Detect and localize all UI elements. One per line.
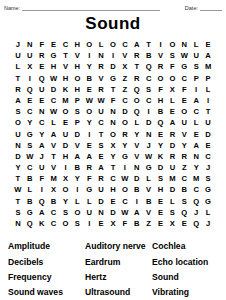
- grid-cell-r3c1: L: [12, 61, 24, 72]
- grid-cell-r3c3: E: [36, 61, 48, 72]
- grid-cell-r4c16: P: [190, 73, 202, 84]
- grid-cell-r4c10: Z: [119, 73, 131, 84]
- grid-cell-r14c14: D: [166, 184, 178, 195]
- word-bank-item: Hertz: [85, 270, 152, 285]
- grid-cell-r6c16: A: [190, 95, 202, 106]
- grid-cell-r1c14: O: [166, 39, 178, 50]
- grid-cell-r13c8: R: [95, 173, 107, 184]
- grid-cell-r14c12: V: [143, 184, 155, 195]
- grid-cell-r10c17: E: [202, 140, 214, 151]
- grid-cell-r1c1: J: [12, 39, 24, 50]
- grid-cell-r3c14: F: [166, 61, 178, 72]
- grid-cell-r1c17: E: [202, 39, 214, 50]
- grid-cell-r17c6: S: [71, 218, 83, 229]
- grid-cell-r8c9: N: [107, 117, 119, 128]
- grid-cell-r9c10: R: [119, 129, 131, 140]
- grid-cell-r15c11: I: [131, 196, 143, 207]
- grid-cell-r13c3: F: [36, 173, 48, 184]
- grid-cell-r15c9: E: [107, 196, 119, 207]
- grid-cell-r6c17: I: [202, 95, 214, 106]
- grid-cell-r9c5: U: [60, 129, 72, 140]
- grid-cell-r17c12: Z: [143, 218, 155, 229]
- grid-cell-r17c14: X: [166, 218, 178, 229]
- grid-cell-r2c15: W: [178, 50, 190, 61]
- grid-cell-r3c17: M: [202, 61, 214, 72]
- grid-cell-r7c7: O: [83, 106, 95, 117]
- grid-cell-r5c17: L: [202, 84, 214, 95]
- grid-cell-r15c15: S: [178, 196, 190, 207]
- grid-cell-r9c15: V: [178, 129, 190, 140]
- grid-cell-r12c16: Y: [190, 162, 202, 173]
- grid-cell-r15c2: B: [24, 196, 36, 207]
- grid-cell-r1c2: N: [24, 39, 36, 50]
- grid-cell-r8c10: O: [119, 117, 131, 128]
- grid-cell-r13c1: T: [12, 173, 24, 184]
- grid-cell-r6c5: M: [60, 95, 72, 106]
- grid-cell-r10c8: S: [95, 140, 107, 151]
- grid-cell-r7c10: D: [119, 106, 131, 117]
- grid-cell-r5c1: R: [12, 84, 24, 95]
- word-search-grid: JNFECHOLOCATIONLEUURGTVINIVRBVSWUALXEHVH…: [12, 39, 214, 229]
- grid-cell-r3c4: H: [48, 61, 60, 72]
- grid-cell-r14c9: H: [107, 184, 119, 195]
- grid-cell-r1c12: T: [143, 39, 155, 50]
- grid-cell-r3c6: H: [71, 61, 83, 72]
- grid-cell-r8c2: Y: [24, 117, 36, 128]
- grid-cell-r11c3: J: [36, 151, 48, 162]
- grid-cell-r11c16: N: [190, 151, 202, 162]
- grid-cell-r4c13: O: [155, 73, 167, 84]
- grid-cell-r11c12: W: [143, 151, 155, 162]
- grid-cell-r14c2: L: [24, 184, 36, 195]
- word-bank-item: Frequency: [8, 270, 85, 285]
- grid-cell-r9c4: A: [48, 129, 60, 140]
- grid-cell-r4c9: G: [107, 73, 119, 84]
- grid-cell-r5c5: K: [60, 84, 72, 95]
- name-line: [22, 4, 160, 11]
- grid-cell-r16c17: L: [202, 207, 214, 218]
- grid-cell-r9c8: T: [95, 129, 107, 140]
- grid-cell-r8c8: C: [95, 117, 107, 128]
- grid-cell-r15c4: B: [48, 196, 60, 207]
- grid-cell-r17c13: E: [155, 218, 167, 229]
- grid-cell-r2c6: V: [71, 50, 83, 61]
- grid-cell-r10c6: V: [71, 140, 83, 151]
- grid-cell-r6c11: O: [131, 95, 143, 106]
- grid-cell-r11c7: A: [83, 151, 95, 162]
- grid-cell-r7c5: O: [60, 106, 72, 117]
- grid-cell-r9c3: Y: [36, 129, 48, 140]
- grid-cell-r10c9: X: [107, 140, 119, 151]
- grid-cell-r6c10: C: [119, 95, 131, 106]
- grid-cell-r13c13: S: [155, 173, 167, 184]
- grid-cell-r10c12: J: [143, 140, 155, 151]
- grid-cell-r8c4: L: [48, 117, 60, 128]
- grid-cell-r11c14: R: [166, 151, 178, 162]
- grid-cell-r8c14: A: [166, 117, 178, 128]
- word-bank-item: Vibrating: [152, 285, 226, 300]
- grid-cell-r15c8: D: [95, 196, 107, 207]
- grid-cell-r16c5: S: [60, 207, 72, 218]
- grid-cell-r17c2: Q: [24, 218, 36, 229]
- grid-cell-r9c9: O: [107, 129, 119, 140]
- word-bank-item: Cochlea: [152, 239, 226, 254]
- grid-cell-r4c7: B: [83, 73, 95, 84]
- grid-cell-r15c7: L: [83, 196, 95, 207]
- grid-cell-r5c8: R: [95, 84, 107, 95]
- grid-cell-r10c1: N: [12, 140, 24, 151]
- grid-cell-r17c7: I: [83, 218, 95, 229]
- word-bank-item: Ultrasound: [85, 285, 152, 300]
- grid-cell-r16c7: U: [83, 207, 95, 218]
- grid-cell-r7c13: B: [155, 106, 167, 117]
- grid-cell-r7c1: S: [12, 106, 24, 117]
- grid-cell-r1c10: C: [119, 39, 131, 50]
- word-bank-item: Amplitude: [8, 239, 85, 254]
- grid-cell-r4c5: H: [60, 73, 72, 84]
- grid-cell-r1c8: L: [95, 39, 107, 50]
- grid-cell-r15c1: T: [12, 196, 24, 207]
- grid-cell-r14c13: H: [155, 184, 167, 195]
- grid-cell-r9c12: N: [143, 129, 155, 140]
- grid-cell-r4c11: R: [131, 73, 143, 84]
- grid-cell-r10c11: V: [131, 140, 143, 151]
- grid-cell-r9c1: U: [12, 129, 24, 140]
- grid-cell-r2c14: S: [166, 50, 178, 61]
- grid-cell-r11c9: Y: [107, 151, 119, 162]
- grid-cell-r12c12: G: [143, 162, 155, 173]
- grid-cell-r8c6: P: [71, 117, 83, 128]
- word-bank-col-3: CochleaEcho locationSoundVibrating: [152, 239, 226, 300]
- grid-cell-r4c2: I: [24, 73, 36, 84]
- grid-cell-r8c1: O: [12, 117, 24, 128]
- word-bank-item: Echo location: [152, 255, 226, 270]
- grid-cell-r11c2: W: [24, 151, 36, 162]
- grid-cell-r11c13: K: [155, 151, 167, 162]
- grid-cell-r12c17: J: [202, 162, 214, 173]
- grid-cell-r11c6: A: [71, 151, 83, 162]
- grid-cell-r14c5: O: [60, 184, 72, 195]
- grid-cell-r1c6: H: [71, 39, 83, 50]
- worksheet-header: Name: Date:: [0, 0, 226, 11]
- grid-cell-r13c14: M: [166, 173, 178, 184]
- grid-cell-r4c6: O: [71, 73, 83, 84]
- grid-cell-r2c17: A: [202, 50, 214, 61]
- grid-cell-r16c8: N: [95, 207, 107, 218]
- grid-cell-r5c4: D: [48, 84, 60, 95]
- grid-cell-r15c14: L: [166, 196, 178, 207]
- grid-cell-r4c12: C: [143, 73, 155, 84]
- grid-cell-r13c15: C: [178, 173, 190, 184]
- grid-cell-r7c11: Q: [131, 106, 143, 117]
- grid-cell-r13c12: L: [143, 173, 155, 184]
- grid-cell-r5c2: Q: [24, 84, 36, 95]
- grid-cell-r1c7: O: [83, 39, 95, 50]
- grid-cell-r5c16: I: [190, 84, 202, 95]
- grid-cell-r16c2: G: [24, 207, 36, 218]
- grid-cell-r6c12: C: [143, 95, 155, 106]
- grid-cell-r14c11: B: [131, 184, 143, 195]
- grid-cell-r7c12: I: [143, 106, 155, 117]
- grid-cell-r6c4: C: [48, 95, 60, 106]
- grid-cell-r9c14: R: [166, 129, 178, 140]
- grid-cell-r12c3: U: [36, 162, 48, 173]
- grid-cell-r9c11: Y: [131, 129, 143, 140]
- grid-cell-r14c16: C: [190, 184, 202, 195]
- word-bank-item: Sound: [152, 270, 226, 285]
- grid-cell-r4c1: T: [12, 73, 24, 84]
- grid-cell-r5c10: Z: [119, 84, 131, 95]
- grid-cell-r12c7: R: [83, 162, 95, 173]
- grid-cell-r6c13: H: [155, 95, 167, 106]
- grid-cell-r6c2: E: [24, 95, 36, 106]
- grid-cell-r16c9: D: [107, 207, 119, 218]
- grid-cell-r11c17: C: [202, 151, 214, 162]
- grid-cell-r17c8: E: [95, 218, 107, 229]
- grid-cell-r13c5: X: [60, 173, 72, 184]
- grid-cell-r9c7: I: [83, 129, 95, 140]
- grid-cell-r12c14: U: [166, 162, 178, 173]
- grid-cell-r4c17: P: [202, 73, 214, 84]
- grid-cell-r15c3: Q: [36, 196, 48, 207]
- grid-cell-r1c13: I: [155, 39, 167, 50]
- grid-cell-r5c11: Q: [131, 84, 143, 95]
- grid-cell-r10c16: A: [190, 140, 202, 151]
- grid-cell-r11c5: H: [60, 151, 72, 162]
- grid-cell-r8c11: L: [131, 117, 143, 128]
- grid-cell-r2c12: B: [143, 50, 155, 61]
- grid-cell-r13c4: M: [48, 173, 60, 184]
- grid-cell-r3c15: G: [178, 61, 190, 72]
- grid-cell-r17c5: O: [60, 218, 72, 229]
- grid-cell-r7c17: T: [202, 106, 214, 117]
- word-bank: AmplitudeDecibelsFrequencySound waves Au…: [0, 239, 226, 300]
- grid-cell-r8c3: C: [36, 117, 48, 128]
- grid-cell-r7c16: C: [190, 106, 202, 117]
- grid-cell-r17c11: B: [131, 218, 143, 229]
- grid-cell-r6c9: F: [107, 95, 119, 106]
- grid-cell-r2c11: R: [131, 50, 143, 61]
- grid-cell-r2c5: T: [60, 50, 72, 61]
- grid-cell-r17c15: E: [178, 218, 190, 229]
- grid-cell-r14c3: I: [36, 184, 48, 195]
- grid-cell-r8c5: E: [60, 117, 72, 128]
- word-bank-item: Eardrum: [85, 255, 152, 270]
- grid-cell-r1c16: L: [190, 39, 202, 50]
- grid-cell-r10c13: Y: [155, 140, 167, 151]
- grid-cell-r14c15: B: [178, 184, 190, 195]
- grid-cell-r2c3: R: [36, 50, 48, 61]
- grid-cell-r13c6: Y: [71, 173, 83, 184]
- grid-cell-r6c14: L: [166, 95, 178, 106]
- grid-cell-r17c3: K: [36, 218, 48, 229]
- grid-cell-r3c12: Q: [143, 61, 155, 72]
- grid-cell-r5c7: E: [83, 84, 95, 95]
- grid-cell-r16c11: A: [131, 207, 143, 218]
- grid-cell-r6c6: P: [71, 95, 83, 106]
- grid-cell-r15c16: Q: [190, 196, 202, 207]
- grid-cell-r14c6: I: [71, 184, 83, 195]
- grid-cell-r11c10: G: [119, 151, 131, 162]
- grid-cell-r3c8: R: [95, 61, 107, 72]
- grid-cell-r12c4: V: [48, 162, 60, 173]
- grid-cell-r17c10: F: [119, 218, 131, 229]
- grid-cell-r6c8: W: [95, 95, 107, 106]
- grid-cell-r4c3: Q: [36, 73, 48, 84]
- grid-cell-r2c7: I: [83, 50, 95, 61]
- grid-cell-r3c2: X: [24, 61, 36, 72]
- word-bank-item: Auditory nerve: [85, 239, 152, 254]
- grid-cell-r3c7: Y: [83, 61, 95, 72]
- grid-cell-r16c13: E: [155, 207, 167, 218]
- grid-cell-r2c4: G: [48, 50, 60, 61]
- grid-cell-r1c11: A: [131, 39, 143, 50]
- grid-cell-r14c17: G: [202, 184, 214, 195]
- grid-cell-r12c5: I: [60, 162, 72, 173]
- grid-cell-r6c1: A: [12, 95, 24, 106]
- word-bank-item: Sound waves: [8, 285, 85, 300]
- grid-cell-r1c3: F: [36, 39, 48, 50]
- grid-cell-r3c5: V: [60, 61, 72, 72]
- grid-cell-r8c17: U: [202, 117, 214, 128]
- grid-cell-r4c8: V: [95, 73, 107, 84]
- grid-cell-r17c16: Q: [190, 218, 202, 229]
- grid-cell-r5c6: H: [71, 84, 83, 95]
- grid-cell-r8c15: U: [178, 117, 190, 128]
- grid-cell-r4c14: O: [166, 73, 178, 84]
- grid-cell-r7c8: U: [95, 106, 107, 117]
- grid-cell-r6c3: E: [36, 95, 48, 106]
- grid-cell-r12c8: A: [95, 162, 107, 173]
- grid-cell-r2c9: I: [107, 50, 119, 61]
- grid-cell-r2c16: U: [190, 50, 202, 61]
- grid-cell-r12c15: Z: [178, 162, 190, 173]
- grid-cell-r9c2: G: [24, 129, 36, 140]
- grid-cell-r13c17: S: [202, 173, 214, 184]
- grid-cell-r9c16: E: [190, 129, 202, 140]
- grid-cell-r15c17: G: [202, 196, 214, 207]
- grid-cell-r5c3: U: [36, 84, 48, 95]
- grid-cell-r15c5: Y: [60, 196, 72, 207]
- grid-cell-r7c14: E: [166, 106, 178, 117]
- grid-cell-r12c10: I: [119, 162, 131, 173]
- grid-cell-r9c6: D: [71, 129, 83, 140]
- grid-cell-r11c8: E: [95, 151, 107, 162]
- grid-cell-r4c4: W: [48, 73, 60, 84]
- grid-cell-r14c10: O: [119, 184, 131, 195]
- grid-cell-r1c9: O: [107, 39, 119, 50]
- grid-cell-r5c13: F: [155, 84, 167, 95]
- date-label: Date:: [185, 5, 198, 11]
- grid-cell-r16c3: A: [36, 207, 48, 218]
- grid-cell-r10c3: A: [36, 140, 48, 151]
- grid-cell-r3c11: T: [131, 61, 143, 72]
- grid-cell-r13c9: C: [107, 173, 119, 184]
- word-bank-col-2: Auditory nerveEardrumHertzUltrasound: [85, 239, 152, 300]
- grid-cell-r13c7: F: [83, 173, 95, 184]
- grid-cell-r13c10: W: [119, 173, 131, 184]
- grid-cell-r9c17: D: [202, 129, 214, 140]
- grid-cell-r3c9: D: [107, 61, 119, 72]
- grid-cell-r17c1: N: [12, 218, 24, 229]
- grid-cell-r12c9: T: [107, 162, 119, 173]
- grid-cell-r8c13: Q: [155, 117, 167, 128]
- grid-cell-r10c4: V: [48, 140, 60, 151]
- grid-cell-r10c14: D: [166, 140, 178, 151]
- word-bank-col-1: AmplitudeDecibelsFrequencySound waves: [8, 239, 85, 300]
- grid-cell-r14c7: G: [83, 184, 95, 195]
- grid-cell-r16c10: W: [119, 207, 131, 218]
- grid-cell-r11c1: D: [12, 151, 24, 162]
- grid-cell-r14c8: U: [95, 184, 107, 195]
- grid-cell-r15c6: L: [71, 196, 83, 207]
- grid-cell-r3c13: R: [155, 61, 167, 72]
- name-label: Name:: [4, 5, 20, 11]
- grid-cell-r16c4: C: [48, 207, 60, 218]
- grid-cell-r7c3: N: [36, 106, 48, 117]
- grid-cell-r16c16: J: [190, 207, 202, 218]
- grid-cell-r12c1: Y: [12, 162, 24, 173]
- grid-cell-r12c13: D: [155, 162, 167, 173]
- grid-cell-r7c2: C: [24, 106, 36, 117]
- grid-cell-r8c12: D: [143, 117, 155, 128]
- grid-cell-r15c12: B: [143, 196, 155, 207]
- grid-cell-r2c1: U: [12, 50, 24, 61]
- grid-cell-r12c2: C: [24, 162, 36, 173]
- grid-cell-r2c2: U: [24, 50, 36, 61]
- grid-cell-r1c5: C: [60, 39, 72, 50]
- grid-cell-r8c7: Y: [83, 117, 95, 128]
- grid-cell-r5c15: F: [178, 84, 190, 95]
- grid-cell-r13c16: M: [190, 173, 202, 184]
- grid-cell-r10c7: E: [83, 140, 95, 151]
- grid-cell-r10c10: Y: [119, 140, 131, 151]
- grid-cell-r15c10: C: [119, 196, 131, 207]
- grid-cell-r16c14: S: [166, 207, 178, 218]
- grid-cell-r14c4: X: [48, 184, 60, 195]
- grid-cell-r7c15: O: [178, 106, 190, 117]
- grid-cell-r12c11: N: [131, 162, 143, 173]
- grid-cell-r13c2: B: [24, 173, 36, 184]
- grid-cell-r12c6: B: [71, 162, 83, 173]
- grid-cell-r3c10: X: [119, 61, 131, 72]
- grid-cell-r6c7: W: [83, 95, 95, 106]
- grid-cell-r14c1: W: [12, 184, 24, 195]
- grid-cell-r10c2: S: [24, 140, 36, 151]
- grid-cell-r5c12: S: [143, 84, 155, 95]
- grid-cell-r2c13: V: [155, 50, 167, 61]
- grid-cell-r17c17: J: [202, 218, 214, 229]
- date-line: [200, 4, 222, 11]
- grid-cell-r7c9: N: [107, 106, 119, 117]
- grid-cell-r17c9: X: [107, 218, 119, 229]
- grid-cell-r11c15: R: [178, 151, 190, 162]
- grid-cell-r6c15: E: [178, 95, 190, 106]
- grid-cell-r3c16: S: [190, 61, 202, 72]
- grid-cell-r11c11: V: [131, 151, 143, 162]
- grid-cell-r1c15: N: [178, 39, 190, 50]
- grid-cell-r7c6: S: [71, 106, 83, 117]
- grid-cell-r5c14: X: [166, 84, 178, 95]
- grid-cell-r5c9: T: [107, 84, 119, 95]
- grid-cell-r4c15: C: [178, 73, 190, 84]
- puzzle-title: Sound: [0, 14, 226, 34]
- word-bank-item: Decibels: [8, 255, 85, 270]
- grid-cell-r8c16: L: [190, 117, 202, 128]
- grid-cell-r13c11: D: [131, 173, 143, 184]
- grid-cell-r2c10: V: [119, 50, 131, 61]
- grid-cell-r16c15: Q: [178, 207, 190, 218]
